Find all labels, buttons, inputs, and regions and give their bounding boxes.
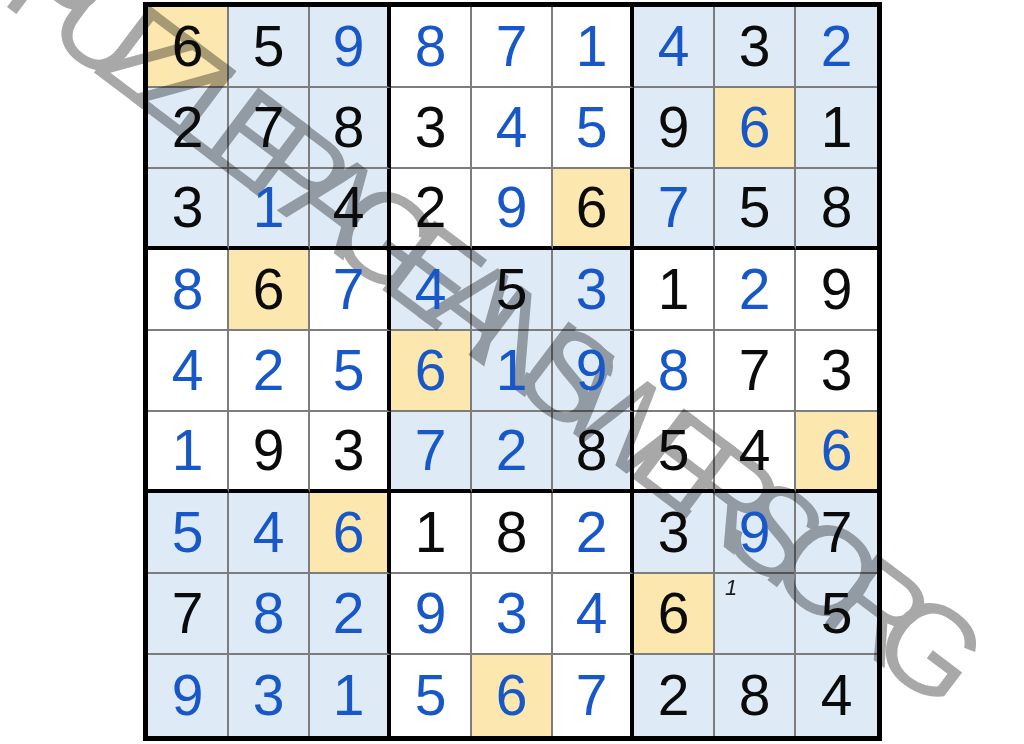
digit: 1 [576,18,608,75]
cell-r2c6[interactable]: 5 [553,88,634,169]
cell-r8c4[interactable]: 9 [391,574,472,655]
digit: 1 [172,422,204,479]
digit: 6 [576,179,608,236]
digit: 9 [821,261,853,318]
cell-r1c6[interactable]: 1 [553,7,634,88]
digit: 5 [658,422,690,479]
cell-r3c2[interactable]: 1 [229,169,310,250]
digit: 7 [172,585,204,642]
digit: 4 [496,99,528,156]
cell-r3c5[interactable]: 9 [472,169,553,250]
cell-r5c2[interactable]: 2 [229,331,310,412]
cell-r8c2[interactable]: 8 [229,574,310,655]
digit: 4 [658,18,690,75]
digit: 9 [496,179,528,236]
digit: 5 [172,504,204,561]
digit: 7 [496,18,528,75]
cell-r7c6[interactable]: 2 [553,493,634,574]
digit: 7 [415,422,447,479]
digit: 1 [253,179,285,236]
digit: 2 [658,667,690,724]
cell-r9c8[interactable]: 8 [715,655,796,736]
digit: 6 [496,667,528,724]
digit: 4 [172,342,204,399]
cell-r4c6[interactable]: 3 [553,250,634,331]
digit: 5 [415,667,447,724]
digit: 8 [415,18,447,75]
cell-r5c5[interactable]: 1 [472,331,553,412]
digit: 5 [739,179,771,236]
digit: 6 [253,261,285,318]
cell-r9c3[interactable]: 1 [310,655,391,736]
cell-r9c4[interactable]: 5 [391,655,472,736]
cell-r3c6[interactable]: 6 [553,169,634,250]
cell-r6c7[interactable]: 5 [634,412,715,493]
cell-r6c5[interactable]: 2 [472,412,553,493]
cell-r7c5[interactable]: 8 [472,493,553,574]
digit: 2 [496,422,528,479]
cell-r9c6[interactable]: 7 [553,655,634,736]
cell-r4c2[interactable]: 6 [229,250,310,331]
digit: 8 [576,422,608,479]
digit: 3 [496,585,528,642]
digit: 7 [658,179,690,236]
digit: 5 [821,585,853,642]
cell-r6c3[interactable]: 3 [310,412,391,493]
cell-r8c8[interactable]: 1 [715,574,796,655]
digit: 7 [739,342,771,399]
cell-r7c1[interactable]: 5 [148,493,229,574]
digit: 6 [172,18,204,75]
digit: 4 [253,504,285,561]
digit: 5 [576,99,608,156]
digit: 8 [739,667,771,724]
cell-r1c8[interactable]: 3 [715,7,796,88]
cell-r4c5[interactable]: 5 [472,250,553,331]
digit: 1 [333,667,365,724]
cell-r9c7[interactable]: 2 [634,655,715,736]
cell-r8c6[interactable]: 4 [553,574,634,655]
cell-r3c7[interactable]: 7 [634,169,715,250]
cell-r5c1[interactable]: 4 [148,331,229,412]
cell-r5c9[interactable]: 3 [796,331,877,412]
cell-r5c3[interactable]: 5 [310,331,391,412]
cell-r2c2[interactable]: 7 [229,88,310,169]
cell-r2c7[interactable]: 9 [634,88,715,169]
digit: 2 [172,99,204,156]
digit: 5 [496,261,528,318]
digit: 6 [821,422,853,479]
cell-r6c9[interactable]: 6 [796,412,877,493]
cell-r9c1[interactable]: 9 [148,655,229,736]
cell-r7c2[interactable]: 4 [229,493,310,574]
cell-r5c6[interactable]: 9 [553,331,634,412]
digit: 3 [821,342,853,399]
digit: 8 [333,99,365,156]
cell-r4c8[interactable]: 2 [715,250,796,331]
digit: 4 [576,585,608,642]
cell-r8c9[interactable]: 5 [796,574,877,655]
digit: 9 [253,422,285,479]
cell-r2c5[interactable]: 4 [472,88,553,169]
sudoku-board: 6598714322783459613142967588674531294256… [143,2,882,741]
cell-r1c2[interactable]: 5 [229,7,310,88]
cell-r1c4[interactable]: 8 [391,7,472,88]
cell-r3c8[interactable]: 5 [715,169,796,250]
digit: 2 [415,179,447,236]
digit: 1 [658,261,690,318]
digit: 8 [658,342,690,399]
digit: 8 [253,585,285,642]
digit: 7 [253,99,285,156]
cell-r3c3[interactable]: 4 [310,169,391,250]
cell-r5c7[interactable]: 8 [634,331,715,412]
cell-r1c3[interactable]: 9 [310,7,391,88]
digit: 9 [576,342,608,399]
digit: 9 [333,18,365,75]
digit: 9 [739,504,771,561]
cell-r1c5[interactable]: 7 [472,7,553,88]
cell-r9c2[interactable]: 3 [229,655,310,736]
digit: 8 [172,261,204,318]
digit: 2 [821,18,853,75]
digit: 1 [821,99,853,156]
cell-r4c3[interactable]: 7 [310,250,391,331]
cell-r7c8[interactable]: 9 [715,493,796,574]
digit: 4 [333,179,365,236]
cell-r3c9[interactable]: 8 [796,169,877,250]
digit: 1 [496,342,528,399]
cell-r4c9[interactable]: 9 [796,250,877,331]
digit: 3 [333,422,365,479]
cell-r3c1[interactable]: 3 [148,169,229,250]
cell-r1c1[interactable]: 6 [148,7,229,88]
digit: 1 [415,504,447,561]
cell-r4c7[interactable]: 1 [634,250,715,331]
cell-r8c1[interactable]: 7 [148,574,229,655]
digit: 6 [658,585,690,642]
cell-r3c4[interactable]: 2 [391,169,472,250]
digit: 3 [415,99,447,156]
digit: 4 [415,261,447,318]
digit: 3 [576,261,608,318]
digit: 3 [739,18,771,75]
cell-r7c7[interactable]: 3 [634,493,715,574]
digit: 8 [496,504,528,561]
digit: 2 [576,504,608,561]
digit: 9 [415,585,447,642]
cell-r6c1[interactable]: 1 [148,412,229,493]
cell-r6c4[interactable]: 7 [391,412,472,493]
digit: 7 [576,667,608,724]
cell-r9c5[interactable]: 6 [472,655,553,736]
cell-r1c7[interactable]: 4 [634,7,715,88]
pencil-mark: 1 [725,577,737,599]
cell-r8c3[interactable]: 2 [310,574,391,655]
cell-r2c8[interactable]: 6 [715,88,796,169]
digit: 2 [739,261,771,318]
cell-r2c3[interactable]: 8 [310,88,391,169]
cell-r6c8[interactable]: 4 [715,412,796,493]
digit: 9 [172,667,204,724]
digit: 3 [253,667,285,724]
digit: 2 [253,342,285,399]
cell-r5c8[interactable]: 7 [715,331,796,412]
digit: 5 [333,342,365,399]
digit: 3 [172,179,204,236]
cell-r4c4[interactable]: 4 [391,250,472,331]
cell-r7c9[interactable]: 7 [796,493,877,574]
digit: 3 [658,504,690,561]
digit: 7 [333,261,365,318]
cell-r7c4[interactable]: 1 [391,493,472,574]
digit: 7 [821,504,853,561]
cell-r8c5[interactable]: 3 [472,574,553,655]
cell-r8c7[interactable]: 6 [634,574,715,655]
cell-r4c1[interactable]: 8 [148,250,229,331]
digit: 5 [253,18,285,75]
cell-r2c1[interactable]: 2 [148,88,229,169]
digit: 8 [821,179,853,236]
cell-r5c4[interactable]: 6 [391,331,472,412]
digit: 6 [739,99,771,156]
digit: 4 [739,422,771,479]
cell-r1c9[interactable]: 2 [796,7,877,88]
cell-r9c9[interactable]: 4 [796,655,877,736]
digit: 6 [415,342,447,399]
cell-r6c2[interactable]: 9 [229,412,310,493]
digit: 9 [658,99,690,156]
cell-r7c3[interactable]: 6 [310,493,391,574]
digit: 6 [333,504,365,561]
cell-r2c9[interactable]: 1 [796,88,877,169]
digit: 2 [333,585,365,642]
cell-r6c6[interactable]: 8 [553,412,634,493]
digit: 4 [821,667,853,724]
cell-r2c4[interactable]: 3 [391,88,472,169]
